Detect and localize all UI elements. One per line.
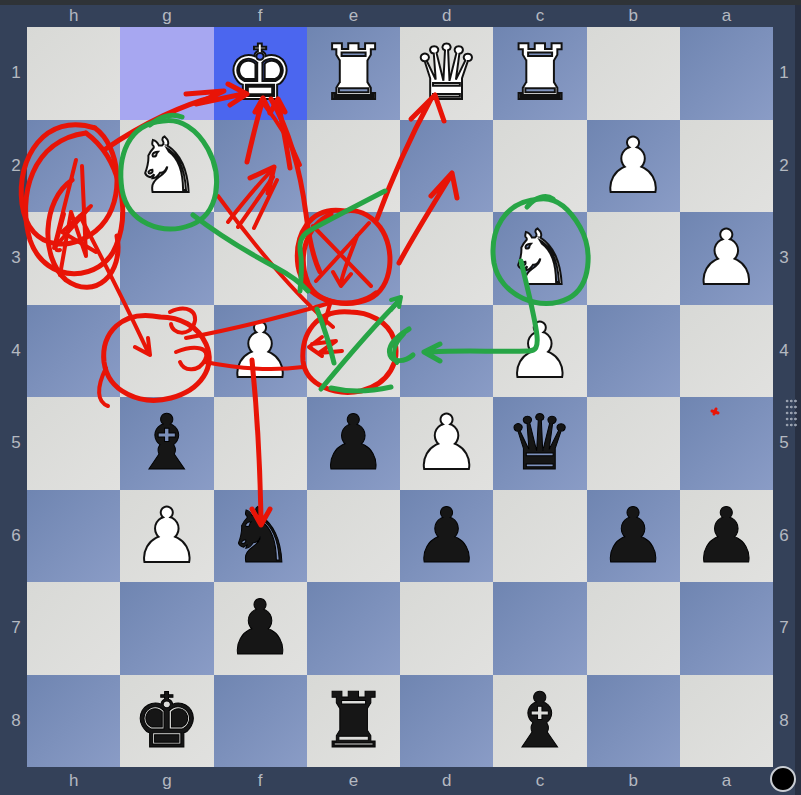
- white-rook-e1[interactable]: ♜: [319, 35, 387, 111]
- white-rook-c1[interactable]: ♜: [506, 35, 574, 111]
- file-label-h-bottom: h: [69, 771, 78, 791]
- square-a7[interactable]: [680, 582, 773, 675]
- white-knight-g2[interactable]: ♞: [133, 128, 201, 204]
- rank-label-5-right: 5: [779, 433, 788, 453]
- chess-board[interactable]: ♚♜♛♜♞♟♞♟♟♟♝♟♟♛♟♞♟♟♟♟♚♜♝: [27, 27, 773, 767]
- square-d3[interactable]: [400, 212, 493, 305]
- square-g6[interactable]: ♟: [120, 490, 213, 583]
- white-knight-c3[interactable]: ♞: [506, 220, 574, 296]
- square-e7[interactable]: [307, 582, 400, 675]
- file-label-a-top: a: [722, 6, 731, 26]
- square-b7[interactable]: [587, 582, 680, 675]
- square-c5[interactable]: ♛: [493, 397, 586, 490]
- square-h3[interactable]: [27, 212, 120, 305]
- square-d7[interactable]: [400, 582, 493, 675]
- black-to-move-indicator: [770, 766, 796, 792]
- square-b3[interactable]: [587, 212, 680, 305]
- square-e3[interactable]: [307, 212, 400, 305]
- square-e5[interactable]: ♟: [307, 397, 400, 490]
- white-pawn-a3[interactable]: ♟: [692, 220, 760, 296]
- rank-label-2-right: 2: [779, 156, 788, 176]
- file-label-g-top: g: [162, 6, 171, 26]
- rank-label-6-right: 6: [779, 526, 788, 546]
- square-d2[interactable]: [400, 120, 493, 213]
- square-h2[interactable]: [27, 120, 120, 213]
- square-g5[interactable]: ♝: [120, 397, 213, 490]
- square-e8[interactable]: ♜: [307, 675, 400, 768]
- square-g8[interactable]: ♚: [120, 675, 213, 768]
- resize-drag-handle-icon[interactable]: [785, 398, 797, 427]
- file-label-c-top: c: [536, 6, 545, 26]
- file-label-f-top: f: [258, 6, 263, 26]
- square-b4[interactable]: [587, 305, 680, 398]
- rank-label-1-left: 1: [11, 63, 20, 83]
- square-d1[interactable]: ♛: [400, 27, 493, 120]
- square-a2[interactable]: [680, 120, 773, 213]
- square-c2[interactable]: [493, 120, 586, 213]
- square-b5[interactable]: [587, 397, 680, 490]
- file-label-d-bottom: d: [442, 771, 451, 791]
- square-e1[interactable]: ♜: [307, 27, 400, 120]
- square-b8[interactable]: [587, 675, 680, 768]
- black-pawn-a6[interactable]: ♟: [692, 498, 760, 574]
- window-top-strip: [0, 0, 801, 5]
- rank-label-8-left: 8: [11, 711, 20, 731]
- file-label-g-bottom: g: [162, 771, 171, 791]
- square-g7[interactable]: [120, 582, 213, 675]
- rank-label-7-right: 7: [779, 618, 788, 638]
- white-pawn-f4[interactable]: ♟: [226, 313, 294, 389]
- square-b1[interactable]: [587, 27, 680, 120]
- square-c3[interactable]: ♞: [493, 212, 586, 305]
- square-c6[interactable]: [493, 490, 586, 583]
- square-d8[interactable]: [400, 675, 493, 768]
- black-pawn-d6[interactable]: ♟: [413, 498, 481, 574]
- file-label-h-top: h: [69, 6, 78, 26]
- square-h4[interactable]: [27, 305, 120, 398]
- rank-label-8-right: 8: [779, 711, 788, 731]
- white-pawn-g6[interactable]: ♟: [133, 498, 201, 574]
- square-a4[interactable]: [680, 305, 773, 398]
- black-pawn-e5[interactable]: ♟: [319, 405, 387, 481]
- square-a3[interactable]: ♟: [680, 212, 773, 305]
- rank-label-5-left: 5: [11, 433, 20, 453]
- square-a1[interactable]: [680, 27, 773, 120]
- black-queen-c5[interactable]: ♛: [506, 405, 574, 481]
- square-h7[interactable]: [27, 582, 120, 675]
- board-frame: ♚♜♛♜♞♟♞♟♟♟♝♟♟♛♟♞♟♟♟♟♚♜♝ hhggffeeddccbbaa…: [0, 0, 801, 795]
- square-e6[interactable]: [307, 490, 400, 583]
- square-h1[interactable]: [27, 27, 120, 120]
- rank-label-6-left: 6: [11, 526, 20, 546]
- square-d4[interactable]: [400, 305, 493, 398]
- square-h8[interactable]: [27, 675, 120, 768]
- square-g2[interactable]: ♞: [120, 120, 213, 213]
- file-label-b-top: b: [628, 6, 637, 26]
- file-label-b-bottom: b: [628, 771, 637, 791]
- square-d6[interactable]: ♟: [400, 490, 493, 583]
- black-king-g8[interactable]: ♚: [133, 683, 201, 759]
- square-a8[interactable]: [680, 675, 773, 768]
- file-label-e-top: e: [349, 6, 358, 26]
- square-f8[interactable]: [214, 675, 307, 768]
- square-e4[interactable]: [307, 305, 400, 398]
- black-pawn-f7[interactable]: ♟: [226, 590, 294, 666]
- square-e2[interactable]: [307, 120, 400, 213]
- square-f2[interactable]: [214, 120, 307, 213]
- square-c4[interactable]: ♟: [493, 305, 586, 398]
- square-a6[interactable]: ♟: [680, 490, 773, 583]
- rank-label-4-left: 4: [11, 341, 20, 361]
- black-knight-f6[interactable]: ♞: [226, 498, 294, 574]
- file-label-a-bottom: a: [722, 771, 731, 791]
- square-a5[interactable]: [680, 397, 773, 490]
- square-g3[interactable]: [120, 212, 213, 305]
- square-f6[interactable]: ♞: [214, 490, 307, 583]
- square-c8[interactable]: ♝: [493, 675, 586, 768]
- square-g1[interactable]: [120, 27, 213, 120]
- white-pawn-d5[interactable]: ♟: [413, 405, 481, 481]
- file-label-e-bottom: e: [349, 771, 358, 791]
- black-bishop-g5[interactable]: ♝: [133, 405, 201, 481]
- square-f5[interactable]: [214, 397, 307, 490]
- square-b2[interactable]: ♟: [587, 120, 680, 213]
- square-c7[interactable]: [493, 582, 586, 675]
- white-pawn-c4[interactable]: ♟: [506, 313, 574, 389]
- black-pawn-b6[interactable]: ♟: [599, 498, 667, 574]
- square-f3[interactable]: [214, 212, 307, 305]
- white-king-f1[interactable]: ♚: [226, 35, 294, 111]
- rank-label-7-left: 7: [11, 618, 20, 638]
- square-c1[interactable]: ♜: [493, 27, 586, 120]
- square-d5[interactable]: ♟: [400, 397, 493, 490]
- rank-label-4-right: 4: [779, 341, 788, 361]
- square-h6[interactable]: [27, 490, 120, 583]
- white-pawn-b2[interactable]: ♟: [599, 128, 667, 204]
- rank-label-1-right: 1: [779, 63, 788, 83]
- rank-label-3-left: 3: [11, 248, 20, 268]
- file-label-f-bottom: f: [258, 771, 263, 791]
- file-label-c-bottom: c: [536, 771, 545, 791]
- square-g4[interactable]: [120, 305, 213, 398]
- square-f7[interactable]: ♟: [214, 582, 307, 675]
- rank-label-2-left: 2: [11, 156, 20, 176]
- rank-label-3-right: 3: [779, 248, 788, 268]
- black-rook-e8[interactable]: ♜: [319, 683, 387, 759]
- white-queen-d1[interactable]: ♛: [413, 35, 481, 111]
- black-bishop-c8[interactable]: ♝: [506, 683, 574, 759]
- square-h5[interactable]: [27, 397, 120, 490]
- square-f1[interactable]: ♚: [214, 27, 307, 120]
- square-b6[interactable]: ♟: [587, 490, 680, 583]
- file-label-d-top: d: [442, 6, 451, 26]
- square-f4[interactable]: ♟: [214, 305, 307, 398]
